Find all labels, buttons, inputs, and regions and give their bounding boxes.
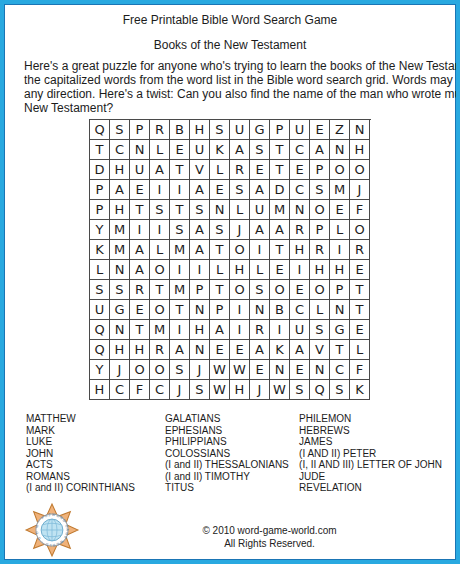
grid-cell: K [270, 340, 290, 360]
grid-cell: F [350, 360, 370, 380]
intro-line: Here's a great puzzle for anyone who's t… [24, 59, 440, 73]
grid-cell: A [190, 180, 210, 200]
grid-cell: C [110, 380, 130, 400]
grid-cell: I [170, 320, 190, 340]
grid-cell: H [330, 260, 350, 280]
grid-cell: E [230, 340, 250, 360]
word-list-column-1: MATTHEWMARKLUKEJOHNACTSROMANS(I and II) … [26, 413, 165, 494]
grid-cell: K [90, 240, 110, 260]
grid-cell: J [350, 180, 370, 200]
grid-cell: P [90, 180, 110, 200]
grid-cell: S [250, 140, 270, 160]
grid-cell: A [170, 340, 190, 360]
grid-cell: H [90, 380, 110, 400]
grid-cell: Z [330, 120, 350, 140]
grid-cell: N [270, 360, 290, 380]
grid-cell: M [110, 240, 130, 260]
grid-cell: D [270, 180, 290, 200]
intro-line: New Testament? [24, 101, 440, 115]
intro-line: the capitalized words from the word list… [24, 73, 440, 87]
grid-cell: H [230, 260, 250, 280]
grid-cell: I [230, 300, 250, 320]
grid-cell: H [190, 320, 210, 340]
grid-cell: H [230, 380, 250, 400]
grid-cell: M [170, 240, 190, 260]
grid-cell: V [190, 160, 210, 180]
word-item: MARK [26, 425, 165, 437]
grid-cell: E [290, 360, 310, 380]
grid-cell: A [230, 140, 250, 160]
grid-cell: L [350, 340, 370, 360]
grid-cell: W [210, 380, 230, 400]
grid-cell: I [330, 240, 350, 260]
grid-cell: S [110, 280, 130, 300]
grid-cell: Q [90, 340, 110, 360]
grid-cell: V [310, 340, 330, 360]
grid-cell: A [190, 240, 210, 260]
grid-cell: C [290, 180, 310, 200]
grid-cell: P [90, 200, 110, 220]
grid-cell: A [150, 160, 170, 180]
grid-cell: G [110, 300, 130, 320]
grid-cell: E [250, 160, 270, 180]
grid-cell: I [150, 220, 170, 240]
printable-puzzle-page: Free Printable Bible Word Search Game Bo… [0, 0, 460, 564]
grid-cell: N [110, 260, 130, 280]
grid-cell: B [270, 300, 290, 320]
grid-cell: R [150, 120, 170, 140]
grid-cell: E [170, 140, 190, 160]
grid-cell: O [270, 280, 290, 300]
grid-cell: S [150, 200, 170, 220]
grid-cell: S [190, 380, 210, 400]
grid-cell: R [290, 220, 310, 240]
grid-cell: M [170, 280, 190, 300]
grid-cell: U [130, 160, 150, 180]
grid-cell: J [110, 360, 130, 380]
word-item: (I and II) THESSALONIANS [165, 459, 299, 471]
grid-cell: G [250, 120, 270, 140]
grid-cell: I [250, 240, 270, 260]
grid-cell: R [230, 160, 250, 180]
grid-cell: J [190, 360, 210, 380]
grid-cell: O [330, 160, 350, 180]
grid-cell: K [210, 140, 230, 160]
grid-cell: N [190, 340, 210, 360]
grid-cell: P [190, 280, 210, 300]
grid-cell: T [270, 140, 290, 160]
grid-cell: E [350, 260, 370, 280]
puzzle-subtitle: Books of the New Testament [4, 38, 456, 52]
grid-cell: A [270, 220, 290, 240]
grid-cell: T [350, 280, 370, 300]
grid-cell: M [330, 180, 350, 200]
grid-cell: B [170, 120, 190, 140]
word-item: COLOSSIANS [165, 448, 299, 460]
grid-cell: W [230, 360, 250, 380]
grid-cell: T [90, 140, 110, 160]
grid-cell: J [250, 380, 270, 400]
grid-cell: P [330, 280, 350, 300]
grid-cell: C [330, 360, 350, 380]
grid-cell: M [270, 200, 290, 220]
grid-cell: T [210, 240, 230, 260]
grid-cell: T [330, 340, 350, 360]
grid-cell: Y [90, 220, 110, 240]
grid-cell: S [330, 380, 350, 400]
grid-cell: T [150, 280, 170, 300]
grid-cell: O [310, 280, 330, 300]
grid-cell: R [310, 240, 330, 260]
grid-cell: D [90, 160, 110, 180]
grid-cell: L [330, 220, 350, 240]
grid-cell: W [270, 380, 290, 400]
grid-cell: E [290, 280, 310, 300]
grid-cell: O [350, 160, 370, 180]
grid-cell: L [90, 260, 110, 280]
grid-cell: L [150, 140, 170, 160]
grid-cell: P [310, 220, 330, 240]
grid-cell: A [290, 340, 310, 360]
word-list-column-2: GALATIANSEPHESIANSPHILIPPIANSCOLOSSIANS(… [165, 413, 299, 494]
word-item: PHILEMON [299, 413, 456, 425]
word-item: JAMES [299, 436, 456, 448]
grid-cell: C [290, 140, 310, 160]
grid-cell: A [250, 180, 270, 200]
page-footer: WORD GAME WORLD · C O M · PUZZLES · © 20… [4, 504, 456, 564]
grid-cell: J [230, 220, 250, 240]
grid-cell: I [190, 260, 210, 280]
grid-cell: E [350, 320, 370, 340]
word-item: (I AND II) PETER [299, 448, 456, 460]
word-item: HEBREWS [299, 425, 456, 437]
grid-cell: O [150, 260, 170, 280]
grid-cell: O [350, 220, 370, 240]
grid-cell: H [110, 340, 130, 360]
grid-cell: S [170, 360, 190, 380]
grid-cell: M [110, 220, 130, 240]
grid-cell: I [230, 320, 250, 340]
grid-cell: R [350, 240, 370, 260]
grid-cell: R [150, 340, 170, 360]
grid-cell: O [150, 360, 170, 380]
grid-cell: F [130, 380, 150, 400]
grid-cell: U [290, 320, 310, 340]
grid-cell: S [230, 180, 250, 200]
grid-cell: Q [310, 380, 330, 400]
word-item: JOHN [26, 448, 165, 460]
grid-cell: O [150, 300, 170, 320]
grid-cell: T [170, 300, 190, 320]
intro-paragraph: Here's a great puzzle for anyone who's t… [24, 59, 440, 115]
compass-globe-logo-icon: WORD GAME WORLD · C O M · PUZZLES · [24, 502, 80, 558]
grid-cell: A [210, 320, 230, 340]
grid-cell: L [250, 260, 270, 280]
grid-cell: K [350, 380, 370, 400]
grid-cell: E [330, 200, 350, 220]
grid-cell: E [250, 360, 270, 380]
grid-cell: E [290, 160, 310, 180]
grid-cell: N [190, 300, 210, 320]
grid-cell: O [310, 200, 330, 220]
grid-cell: H [190, 120, 210, 140]
grid-cell: S [310, 320, 330, 340]
word-list-column-3: PHILEMONHEBREWSJAMES(I AND II) PETER(I, … [299, 413, 456, 494]
grid-cell: A [250, 220, 270, 240]
word-item: MATTHEW [26, 413, 165, 425]
grid-cell: Q [90, 320, 110, 340]
word-item: LUKE [26, 436, 165, 448]
grid-cell: S [110, 120, 130, 140]
grid-cell: E [130, 300, 150, 320]
grid-cell: F [350, 200, 370, 220]
grid-cell: P [210, 300, 230, 320]
grid-cell: I [150, 180, 170, 200]
grid-cell: U [190, 140, 210, 160]
grid-cell: T [270, 160, 290, 180]
word-search-grid: QSPRBHSUGPUEZNTCNLEUKASTCANHDHUATVLRETEP… [89, 119, 371, 400]
word-item: REVELATION [299, 482, 456, 494]
grid-cell: Q [90, 120, 110, 140]
grid-cell: G [330, 320, 350, 340]
grid-cell: H [110, 160, 130, 180]
grid-cell: N [110, 320, 130, 340]
grid-cell: N [290, 200, 310, 220]
grid-cell: A [310, 140, 330, 160]
grid-cell: J [170, 380, 190, 400]
grid-cell: Y [90, 360, 110, 380]
grid-cell: A [130, 240, 150, 260]
grid-cell: E [210, 180, 230, 200]
grid-cell: A [190, 220, 210, 240]
grid-cell: H [110, 200, 130, 220]
grid-cell: C [290, 300, 310, 320]
grid-cell: I [170, 180, 190, 200]
grid-cell: S [170, 220, 190, 240]
grid-cell: N [350, 120, 370, 140]
grid-cell: A [130, 260, 150, 280]
word-item: (I, II AND III) LETTER OF JOHN [299, 459, 456, 471]
word-list: MATTHEWMARKLUKEJOHNACTSROMANS(I and II) … [26, 413, 456, 494]
grid-cell: N [310, 360, 330, 380]
word-item: JUDE [299, 471, 456, 483]
grid-cell: T [130, 320, 150, 340]
word-item: GALATIANS [165, 413, 299, 425]
grid-cell: P [270, 120, 290, 140]
grid-cell: U [230, 120, 250, 140]
grid-cell: O [230, 240, 250, 260]
grid-cell: O [230, 280, 250, 300]
grid-cell: T [170, 160, 190, 180]
grid-cell: L [210, 160, 230, 180]
grid-cell: H [130, 340, 150, 360]
grid-cell: T [170, 200, 190, 220]
grid-cell: E [130, 180, 150, 200]
grid-cell: T [270, 240, 290, 260]
grid-cell: L [210, 260, 230, 280]
grid-cell: C [110, 140, 130, 160]
grid-cell: E [310, 120, 330, 140]
grid-cell: I [170, 260, 190, 280]
grid-cell: L [310, 300, 330, 320]
grid-cell: N [330, 140, 350, 160]
grid-cell: I [130, 220, 150, 240]
grid-cell: A [250, 340, 270, 360]
grid-cell: S [250, 280, 270, 300]
grid-cell: S [190, 200, 210, 220]
word-item: ACTS [26, 459, 165, 471]
grid-cell: S [290, 380, 310, 400]
grid-cell: R [130, 280, 150, 300]
grid-cell: R [250, 320, 270, 340]
grid-cell: N [210, 200, 230, 220]
grid-cell: E [270, 260, 290, 280]
grid-cell: P [310, 160, 330, 180]
copyright-line: © 2010 word-game-world.com [162, 524, 377, 537]
grid-cell: L [230, 200, 250, 220]
grid-cell: M [150, 320, 170, 340]
grid-cell: S [310, 180, 330, 200]
grid-cell: N [330, 300, 350, 320]
grid-cell: S [210, 220, 230, 240]
grid-cell: P [130, 120, 150, 140]
word-item: TITUS [165, 482, 299, 494]
rights-line: All Rights Reserved. [162, 537, 377, 550]
grid-cell: T [350, 300, 370, 320]
grid-cell: N [250, 300, 270, 320]
grid-cell: T [210, 280, 230, 300]
grid-cell: U [290, 120, 310, 140]
intro-line: any direction. Here's a twist: Can you a… [24, 87, 440, 101]
grid-cell: H [290, 240, 310, 260]
grid-cell: H [310, 260, 330, 280]
grid-cell: U [250, 200, 270, 220]
grid-cell: I [270, 320, 290, 340]
grid-cell: C [150, 380, 170, 400]
word-item: (I and II) CORINTHIANS [26, 482, 165, 494]
grid-cell: L [150, 240, 170, 260]
word-item: PHILIPPIANS [165, 436, 299, 448]
page-title: Free Printable Bible Word Search Game [4, 13, 456, 27]
grid-cell: S [210, 120, 230, 140]
grid-cell: E [210, 340, 230, 360]
grid-cell: S [90, 280, 110, 300]
grid-cell: H [350, 140, 370, 160]
word-item: ROMANS [26, 471, 165, 483]
grid-cell: N [130, 140, 150, 160]
grid-cell: A [110, 180, 130, 200]
word-item: EPHESIANS [165, 425, 299, 437]
grid-cell: T [130, 200, 150, 220]
word-item: (I and II) TIMOTHY [165, 471, 299, 483]
grid-cell: I [290, 260, 310, 280]
grid-cell: O [130, 360, 150, 380]
grid-cell: U [90, 300, 110, 320]
grid-cell: W [210, 360, 230, 380]
